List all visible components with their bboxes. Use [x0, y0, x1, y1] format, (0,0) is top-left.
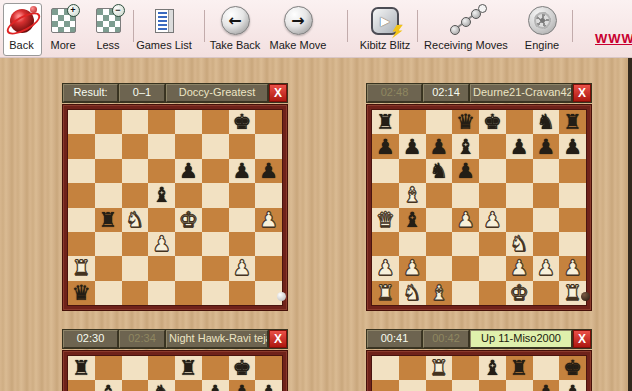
square-a7[interactable]: [68, 380, 95, 391]
square-b3[interactable]: [399, 232, 426, 256]
square-g1[interactable]: [533, 281, 560, 305]
black-pawn[interactable]: ♟: [259, 381, 278, 391]
square-f6[interactable]: [506, 159, 533, 183]
square-d8[interactable]: [452, 356, 479, 380]
board-4-close-button[interactable]: X: [573, 330, 591, 348]
engine-label: Engine: [520, 39, 564, 52]
square-c4[interactable]: [426, 208, 453, 232]
square-d5[interactable]: [452, 183, 479, 207]
square-e3[interactable]: [175, 232, 202, 256]
board-2-pin: [581, 292, 590, 301]
white-rook[interactable]: ♜: [563, 281, 582, 305]
square-g3[interactable]: [533, 232, 560, 256]
take-back-button[interactable]: ← Take Back: [206, 2, 264, 55]
square-a3[interactable]: [372, 232, 399, 256]
white-pawn[interactable]: ♟: [483, 208, 502, 232]
white-pawn[interactable]: ♟: [259, 208, 278, 232]
board-1-squares: ♚♟♟♟♝♜♞♚♟♟♜♟♛: [68, 110, 282, 305]
square-h2[interactable]: ♟: [559, 256, 586, 280]
black-pawn[interactable]: ♟: [403, 135, 422, 159]
board-1-players: Doccy-Greatest: [166, 84, 268, 102]
board-zoom-out-icon: −: [96, 8, 121, 33]
right-scrollbar-track[interactable]: [628, 58, 632, 391]
square-e1[interactable]: [175, 281, 202, 305]
square-b3[interactable]: [95, 232, 122, 256]
square-h3[interactable]: [559, 232, 586, 256]
square-e8[interactable]: [175, 110, 202, 134]
square-b1[interactable]: [95, 281, 122, 305]
square-h8[interactable]: [255, 110, 282, 134]
kibitz-blitz-button[interactable]: ▶ Kibitz Blitz: [352, 2, 418, 55]
less-label: Less: [88, 39, 128, 52]
square-f8[interactable]: [202, 356, 229, 380]
square-f1[interactable]: ♚: [506, 281, 533, 305]
square-a4[interactable]: [68, 208, 95, 232]
more-button[interactable]: + More: [38, 2, 88, 55]
black-rook[interactable]: ♜: [510, 356, 529, 380]
square-g8[interactable]: [533, 356, 560, 380]
square-h7[interactable]: ♟: [255, 380, 282, 391]
square-c2[interactable]: [122, 256, 149, 280]
black-bishop[interactable]: ♝: [456, 135, 475, 159]
board-3-clock-black: 02:34: [119, 330, 165, 348]
square-c7[interactable]: [122, 134, 149, 158]
board-1-header: Result: 0–1 Doccy-Greatest X: [62, 83, 288, 103]
square-d4[interactable]: ♟: [452, 208, 479, 232]
make-move-button[interactable]: → Make Move: [268, 2, 328, 55]
white-pawn[interactable]: ♟: [563, 256, 582, 280]
square-a4[interactable]: ♛: [372, 208, 399, 232]
globe-icon: [10, 9, 34, 33]
square-g7[interactable]: ♟: [533, 380, 560, 391]
black-pawn[interactable]: ♟: [456, 159, 475, 183]
square-d1[interactable]: [452, 281, 479, 305]
game-board-4: 00:41 00:42 Up 11-Miso2000 X ♜♝♜♚♟♟: [366, 329, 592, 391]
square-a7[interactable]: [372, 380, 399, 391]
square-h5[interactable]: [255, 183, 282, 207]
playchess-window: Back + More − Less Games List ← Take Bac…: [0, 0, 632, 391]
black-bishop[interactable]: ♝: [99, 381, 118, 391]
take-back-label: Take Back: [206, 39, 264, 52]
black-pawn[interactable]: ♟: [232, 159, 251, 183]
square-a3[interactable]: [68, 232, 95, 256]
board-2-players: Deurne21-Cravan420: [470, 84, 572, 102]
square-g8[interactable]: ♞: [533, 110, 560, 134]
square-c5[interactable]: [122, 183, 149, 207]
toolbar-separator: [204, 10, 205, 42]
square-g7[interactable]: ♟: [533, 134, 560, 158]
white-pawn[interactable]: ♟: [510, 256, 529, 280]
square-h4[interactable]: ♟: [255, 208, 282, 232]
square-c6[interactable]: [122, 159, 149, 183]
square-b7[interactable]: ♝: [95, 380, 122, 391]
white-rook[interactable]: ♜: [72, 256, 91, 280]
square-g7[interactable]: ♟: [229, 380, 256, 391]
square-e7[interactable]: [175, 380, 202, 391]
square-g5[interactable]: [229, 183, 256, 207]
square-b8[interactable]: [399, 356, 426, 380]
games-list-icon: [155, 9, 174, 33]
square-g1[interactable]: [229, 281, 256, 305]
board-4-squares: ♜♝♜♚♟♟: [372, 356, 586, 391]
square-f2[interactable]: [202, 256, 229, 280]
square-d7[interactable]: [452, 380, 479, 391]
square-g8[interactable]: ♚: [229, 356, 256, 380]
square-d7[interactable]: ♝: [452, 134, 479, 158]
black-bishop[interactable]: ♝: [483, 356, 502, 380]
square-d2[interactable]: [452, 256, 479, 280]
square-h8[interactable]: ♚: [559, 356, 586, 380]
more-label: More: [38, 39, 88, 52]
square-a5[interactable]: [68, 183, 95, 207]
square-b7[interactable]: ♟: [399, 134, 426, 158]
black-pawn[interactable]: ♟: [536, 135, 555, 159]
board-2-header: 02:48 02:14 Deurne21-Cravan420 X: [366, 83, 592, 103]
square-g2[interactable]: ♟: [533, 256, 560, 280]
square-f8[interactable]: ♜: [506, 356, 533, 380]
square-f1[interactable]: [202, 281, 229, 305]
board-1-header-mid: 0–1: [119, 84, 165, 102]
square-f3[interactable]: [202, 232, 229, 256]
square-e5[interactable]: [175, 183, 202, 207]
square-f5[interactable]: [506, 183, 533, 207]
black-pawn[interactable]: ♟: [536, 381, 555, 391]
arrow-right-icon: →: [284, 6, 313, 35]
white-pawn[interactable]: ♟: [152, 232, 171, 256]
white-bishop[interactable]: ♝: [403, 183, 422, 207]
square-d7[interactable]: ♞: [148, 380, 175, 391]
board-3-close-button[interactable]: X: [269, 330, 287, 348]
square-e5[interactable]: [479, 183, 506, 207]
board-2-clock-white: 02:48: [367, 84, 422, 102]
chain-icon: [448, 6, 484, 36]
square-e2[interactable]: [175, 256, 202, 280]
square-b8[interactable]: [95, 356, 122, 380]
square-a7[interactable]: [68, 134, 95, 158]
black-pawn[interactable]: ♟: [179, 159, 198, 183]
square-a2[interactable]: ♟: [372, 256, 399, 280]
square-f3[interactable]: ♞: [506, 232, 533, 256]
square-f7[interactable]: ♟: [506, 134, 533, 158]
engine-button[interactable]: Engine: [520, 2, 564, 55]
square-g3[interactable]: [229, 232, 256, 256]
less-button[interactable]: − Less: [88, 2, 128, 55]
board-4-players: Up 11-Miso2000: [470, 330, 572, 348]
square-e7[interactable]: [479, 380, 506, 391]
square-h7[interactable]: ♟: [559, 380, 586, 391]
black-king[interactable]: ♚: [563, 356, 582, 380]
square-c1[interactable]: [122, 281, 149, 305]
square-c8[interactable]: ♜: [426, 356, 453, 380]
white-knight[interactable]: ♞: [510, 232, 529, 256]
white-rook[interactable]: ♜: [429, 356, 448, 380]
white-pawn[interactable]: ♟: [403, 256, 422, 280]
square-f2[interactable]: ♟: [506, 256, 533, 280]
black-rook[interactable]: ♜: [72, 356, 91, 380]
board-2-frame: ♜♛♚♞♜♟♟♟♝♟♟♟♞♟♝♛♝♟♟♞♟♟♟♟♟♜♞♝♚♜: [366, 104, 592, 311]
square-a8[interactable]: [68, 110, 95, 134]
play-lightning-icon: ▶: [371, 7, 399, 35]
square-g4[interactable]: [229, 208, 256, 232]
board-1-frame: ♚♟♟♟♝♜♞♚♟♟♜♟♛: [62, 104, 288, 311]
square-b4[interactable]: ♝: [399, 208, 426, 232]
square-c6[interactable]: ♞: [426, 159, 453, 183]
toolbar-separator: [417, 10, 418, 42]
square-b7[interactable]: [399, 380, 426, 391]
square-c4[interactable]: ♞: [122, 208, 149, 232]
square-e6[interactable]: ♟: [175, 159, 202, 183]
black-rook[interactable]: ♜: [99, 208, 118, 232]
square-a1[interactable]: ♜: [372, 281, 399, 305]
square-a5[interactable]: [372, 183, 399, 207]
square-h8[interactable]: [255, 356, 282, 380]
white-knight[interactable]: ♞: [403, 281, 422, 305]
square-g6[interactable]: ♟: [229, 159, 256, 183]
square-f5[interactable]: [202, 183, 229, 207]
square-h2[interactable]: [255, 256, 282, 280]
game-board-2: 02:48 02:14 Deurne21-Cravan420 X ♜♛♚♞♜♟♟…: [366, 83, 592, 311]
square-c7[interactable]: [426, 380, 453, 391]
game-board-1: Result: 0–1 Doccy-Greatest X ♚♟♟♟♝♜♞♚♟♟♜…: [62, 83, 288, 311]
square-c7[interactable]: [122, 380, 149, 391]
square-d6[interactable]: ♟: [452, 159, 479, 183]
arrow-left-icon: ←: [221, 6, 250, 35]
square-b7[interactable]: [95, 134, 122, 158]
square-g7[interactable]: [229, 134, 256, 158]
black-knight[interactable]: ♞: [536, 110, 555, 134]
square-d2[interactable]: [148, 256, 175, 280]
square-c3[interactable]: [122, 232, 149, 256]
toolbar-separator: [347, 10, 348, 42]
square-b6[interactable]: [95, 159, 122, 183]
square-g2[interactable]: ♟: [229, 256, 256, 280]
kibitz-blitz-label: Kibitz Blitz: [352, 39, 418, 52]
games-list-label: Games List: [128, 39, 200, 52]
square-e8[interactable]: ♝: [479, 356, 506, 380]
square-e7[interactable]: [479, 134, 506, 158]
square-e8[interactable]: ♚: [479, 110, 506, 134]
square-h7[interactable]: ♟: [559, 134, 586, 158]
square-c8[interactable]: [122, 110, 149, 134]
white-pawn[interactable]: ♟: [536, 256, 555, 280]
black-queen[interactable]: ♛: [456, 110, 475, 134]
receiving-moves-button[interactable]: Receiving Moves: [420, 2, 512, 55]
black-knight[interactable]: ♞: [152, 381, 171, 391]
square-e4[interactable]: ♚: [175, 208, 202, 232]
black-pawn[interactable]: ♟: [206, 381, 225, 391]
board-4-clock-white: 00:41: [367, 330, 422, 348]
square-f8[interactable]: [202, 110, 229, 134]
square-e2[interactable]: [479, 256, 506, 280]
black-king[interactable]: ♚: [232, 110, 251, 134]
board-3-squares: ♜♜♚♝♞♟♟♟: [68, 356, 282, 391]
back-button[interactable]: Back: [3, 2, 40, 55]
square-h4[interactable]: [559, 208, 586, 232]
square-f7[interactable]: [506, 380, 533, 391]
white-pawn[interactable]: ♟: [376, 256, 395, 280]
black-queen[interactable]: ♛: [72, 281, 91, 305]
square-f6[interactable]: [202, 159, 229, 183]
square-h3[interactable]: [255, 232, 282, 256]
square-a6[interactable]: [68, 159, 95, 183]
square-b5[interactable]: [95, 183, 122, 207]
square-a7[interactable]: ♟: [372, 134, 399, 158]
square-d3[interactable]: [452, 232, 479, 256]
square-a6[interactable]: [372, 159, 399, 183]
square-d3[interactable]: ♟: [148, 232, 175, 256]
square-f4[interactable]: [202, 208, 229, 232]
toolbar-separator: [133, 10, 134, 42]
square-h6[interactable]: [559, 159, 586, 183]
square-h6[interactable]: ♟: [255, 159, 282, 183]
square-e4[interactable]: ♟: [479, 208, 506, 232]
square-e3[interactable]: [479, 232, 506, 256]
white-pawn[interactable]: ♟: [232, 256, 251, 280]
black-pawn[interactable]: ♟: [510, 135, 529, 159]
black-bishop[interactable]: ♝: [152, 183, 171, 207]
square-b5[interactable]: ♝: [399, 183, 426, 207]
square-d8[interactable]: [148, 356, 175, 380]
black-bishop[interactable]: ♝: [403, 208, 422, 232]
black-pawn[interactable]: ♟: [563, 381, 582, 391]
games-list-button[interactable]: Games List: [128, 2, 200, 55]
white-rook[interactable]: ♜: [376, 281, 395, 305]
square-c8[interactable]: [122, 356, 149, 380]
square-b8[interactable]: [399, 110, 426, 134]
square-b4[interactable]: ♜: [95, 208, 122, 232]
black-king[interactable]: ♚: [483, 110, 502, 134]
square-a8[interactable]: ♜: [372, 110, 399, 134]
board-2-close-button[interactable]: X: [573, 84, 591, 102]
square-b2[interactable]: [95, 256, 122, 280]
white-king[interactable]: ♚: [179, 208, 198, 232]
board-4-header: 00:41 00:42 Up 11-Miso2000 X: [366, 329, 592, 349]
square-a8[interactable]: [372, 356, 399, 380]
square-a1[interactable]: ♛: [68, 281, 95, 305]
board-1-close-button[interactable]: X: [269, 84, 287, 102]
square-c1[interactable]: ♝: [426, 281, 453, 305]
square-f7[interactable]: [202, 134, 229, 158]
square-a2[interactable]: ♜: [68, 256, 95, 280]
square-d4[interactable]: [148, 208, 175, 232]
game-board-3: 02:30 02:34 Night Hawk-Ravi teja s X ♜♜♚…: [62, 329, 288, 391]
square-c5[interactable]: [426, 183, 453, 207]
square-e7[interactable]: [175, 134, 202, 158]
board-1-header-left: Result:: [63, 84, 118, 102]
square-h8[interactable]: ♜: [559, 110, 586, 134]
square-d6[interactable]: [148, 159, 175, 183]
white-king[interactable]: ♚: [510, 281, 529, 305]
receiving-moves-label: Receiving Moves: [420, 39, 512, 52]
board-2-clock-black: 02:14: [423, 84, 469, 102]
square-e8[interactable]: ♜: [175, 356, 202, 380]
back-label: Back: [3, 39, 40, 52]
square-g4[interactable]: [533, 208, 560, 232]
board-3-header: 02:30 02:34 Night Hawk-Ravi teja s X: [62, 329, 288, 349]
board-1-pin: [277, 292, 286, 301]
square-b1[interactable]: ♞: [399, 281, 426, 305]
square-f8[interactable]: [506, 110, 533, 134]
square-d8[interactable]: [148, 110, 175, 134]
square-d1[interactable]: [148, 281, 175, 305]
lightning-icon: [392, 25, 403, 39]
board-3-players: Night Hawk-Ravi teja s: [166, 330, 268, 348]
board-4-clock-black: 00:42: [423, 330, 469, 348]
make-move-label: Make Move: [268, 39, 328, 52]
square-f4[interactable]: [506, 208, 533, 232]
white-pawn[interactable]: ♟: [456, 208, 475, 232]
square-g5[interactable]: [533, 183, 560, 207]
engine-fan-icon: [528, 6, 557, 35]
square-e6[interactable]: [479, 159, 506, 183]
black-pawn[interactable]: ♟: [563, 135, 582, 159]
square-b2[interactable]: ♟: [399, 256, 426, 280]
black-rook[interactable]: ♜: [179, 356, 198, 380]
square-e1[interactable]: [479, 281, 506, 305]
black-rook[interactable]: ♜: [376, 110, 395, 134]
square-d7[interactable]: [148, 134, 175, 158]
black-pawn[interactable]: ♟: [232, 381, 251, 391]
square-d8[interactable]: ♛: [452, 110, 479, 134]
toolbar-separator: [572, 10, 573, 42]
square-h7[interactable]: [255, 134, 282, 158]
black-pawn[interactable]: ♟: [259, 159, 278, 183]
board-4-frame: ♜♝♜♚♟♟: [366, 350, 592, 391]
square-c2[interactable]: [426, 256, 453, 280]
square-b6[interactable]: [399, 159, 426, 183]
square-h5[interactable]: [559, 183, 586, 207]
board-2-squares: ♜♛♚♞♜♟♟♟♝♟♟♟♞♟♝♛♝♟♟♞♟♟♟♟♟♜♞♝♚♜: [372, 110, 586, 305]
white-knight[interactable]: ♞: [125, 208, 144, 232]
white-bishop[interactable]: ♝: [429, 281, 448, 305]
white-queen[interactable]: ♛: [376, 208, 395, 232]
black-pawn[interactable]: ♟: [376, 135, 395, 159]
square-c7[interactable]: ♟: [426, 134, 453, 158]
square-c3[interactable]: [426, 232, 453, 256]
square-c8[interactable]: [426, 110, 453, 134]
square-g8[interactable]: ♚: [229, 110, 256, 134]
square-a8[interactable]: ♜: [68, 356, 95, 380]
www-link[interactable]: WWW.: [595, 31, 632, 46]
board-zoom-in-icon: +: [51, 8, 76, 33]
toolbar: Back + More − Less Games List ← Take Bac…: [0, 0, 632, 58]
square-g6[interactable]: [533, 159, 560, 183]
board-3-clock-white: 02:30: [63, 330, 118, 348]
black-rook[interactable]: ♜: [563, 110, 582, 134]
square-b8[interactable]: [95, 110, 122, 134]
square-f7[interactable]: ♟: [202, 380, 229, 391]
black-king[interactable]: ♚: [232, 356, 251, 380]
board-3-frame: ♜♜♚♝♞♟♟♟: [62, 350, 288, 391]
square-d5[interactable]: ♝: [148, 183, 175, 207]
black-pawn[interactable]: ♟: [429, 135, 448, 159]
black-knight[interactable]: ♞: [429, 159, 448, 183]
